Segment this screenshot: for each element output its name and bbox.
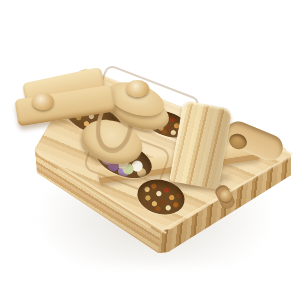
front-face-knob xyxy=(220,190,232,202)
product-photo-wooden-puzzle-feeder xyxy=(0,0,300,300)
slide-panel-knob xyxy=(32,93,54,110)
spinner-dome-knob xyxy=(126,80,149,97)
